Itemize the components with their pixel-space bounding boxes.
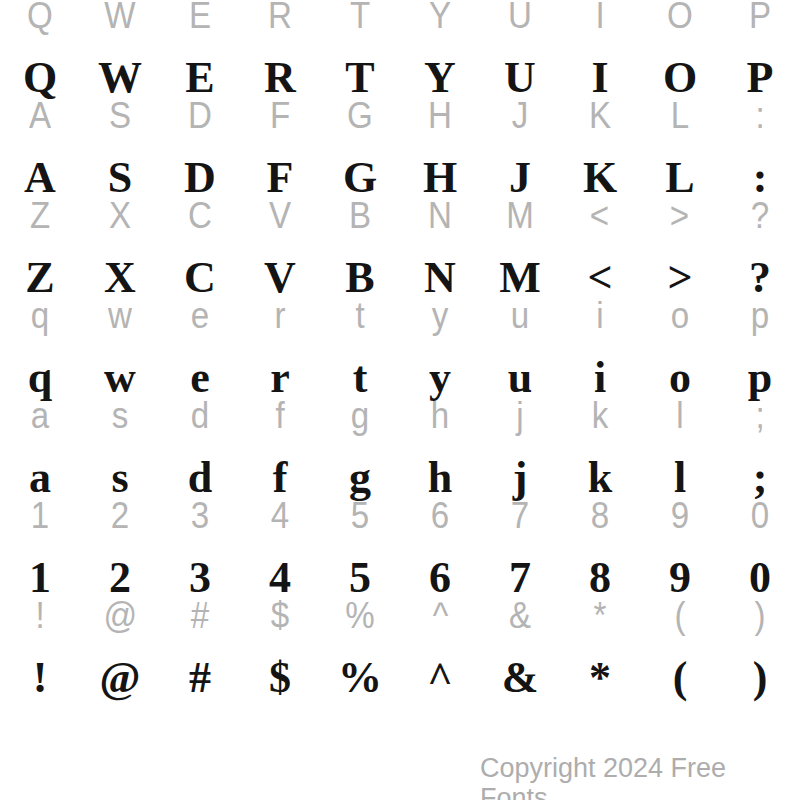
char-glyph: r [270, 356, 290, 400]
char-cell-r9-c8: k [560, 400, 640, 444]
char-glyph: o [671, 298, 689, 334]
char-glyph: 7 [511, 498, 529, 534]
char-cell-r7-c5: t [320, 300, 400, 344]
char-cell-r6-c8: < [560, 244, 640, 300]
char-cell-r13-c10: ) [720, 600, 800, 644]
char-glyph: M [499, 256, 541, 300]
char-glyph: u [508, 356, 532, 400]
char-cell-r3-c6: H [400, 100, 480, 144]
char-glyph: W [98, 56, 142, 100]
char-glyph: Y [429, 0, 451, 34]
char-glyph: 6 [429, 556, 451, 600]
char-cell-r14-c7: & [480, 644, 560, 700]
char-glyph: K [589, 98, 611, 134]
char-cell-r12-c9: 9 [640, 544, 720, 600]
char-cell-r1-c5: T [320, 0, 400, 44]
char-glyph: @ [103, 598, 137, 634]
char-glyph: $ [269, 656, 291, 700]
char-cell-r5-c4: V [240, 200, 320, 244]
char-glyph: u [511, 298, 529, 334]
char-cell-r9-c4: f [240, 400, 320, 444]
char-cell-r8-c2: w [80, 344, 160, 400]
char-cell-r4-c4: F [240, 144, 320, 200]
char-cell-r14-c6: ^ [400, 644, 480, 700]
char-glyph: r [274, 298, 285, 334]
char-glyph: y [429, 356, 451, 400]
char-cell-r14-c9: ( [640, 644, 720, 700]
char-cell-r8-c7: u [480, 344, 560, 400]
char-glyph: < [590, 198, 609, 234]
char-cell-r2-c10: P [720, 44, 800, 100]
char-cell-r1-c3: E [160, 0, 240, 44]
char-glyph: J [509, 156, 531, 200]
char-cell-r3-c8: K [560, 100, 640, 144]
char-cell-r8-c1: q [0, 344, 80, 400]
char-glyph: H [423, 156, 457, 200]
char-glyph: ( [674, 598, 685, 634]
char-glyph: C [188, 198, 212, 234]
char-cell-r5-c5: B [320, 200, 400, 244]
char-cell-r14-c2: @ [80, 644, 160, 700]
char-cell-r8-c8: i [560, 344, 640, 400]
char-glyph: k [588, 456, 612, 500]
char-glyph: A [29, 98, 51, 134]
char-glyph: ^ [427, 656, 453, 700]
char-cell-r9-c3: d [160, 400, 240, 444]
char-cell-r9-c5: g [320, 400, 400, 444]
char-cell-r11-c2: 2 [80, 500, 160, 544]
char-glyph: K [583, 156, 617, 200]
char-glyph: q [28, 356, 52, 400]
char-glyph: @ [100, 656, 141, 700]
char-cell-r10-c10: ; [720, 444, 800, 500]
char-glyph: N [424, 256, 456, 300]
char-cell-r2-c6: Y [400, 44, 480, 100]
char-glyph: 2 [109, 556, 131, 600]
char-glyph: a [29, 456, 51, 500]
char-glyph: j [516, 398, 523, 434]
char-cell-r4-c8: K [560, 144, 640, 200]
char-cell-r6-c5: B [320, 244, 400, 300]
char-cell-r4-c6: H [400, 144, 480, 200]
char-cell-r7-c2: w [80, 300, 160, 344]
char-cell-r8-c5: t [320, 344, 400, 400]
char-cell-r13-c4: $ [240, 600, 320, 644]
char-cell-r1-c7: U [480, 0, 560, 44]
char-glyph: p [748, 356, 772, 400]
char-cell-r4-c7: J [480, 144, 560, 200]
char-cell-r14-c3: # [160, 644, 240, 700]
char-glyph: d [191, 398, 209, 434]
char-cell-r10-c2: s [80, 444, 160, 500]
char-cell-r9-c2: s [80, 400, 160, 444]
char-glyph: f [275, 398, 284, 434]
char-cell-r12-c10: 0 [720, 544, 800, 600]
char-cell-r2-c2: W [80, 44, 160, 100]
char-glyph: A [24, 156, 56, 200]
char-glyph: > [670, 198, 689, 234]
char-cell-r2-c4: R [240, 44, 320, 100]
char-glyph: % [338, 656, 382, 700]
char-glyph: p [751, 298, 769, 334]
char-cell-r12-c2: 2 [80, 544, 160, 600]
char-cell-r12-c7: 7 [480, 544, 560, 600]
char-cell-r1-c8: I [560, 0, 640, 44]
char-glyph: 5 [351, 498, 369, 534]
char-cell-r8-c3: e [160, 344, 240, 400]
char-cell-r2-c8: I [560, 44, 640, 100]
char-glyph: & [509, 598, 531, 634]
char-glyph: * [594, 598, 607, 634]
char-cell-r6-c3: C [160, 244, 240, 300]
char-glyph: T [350, 0, 370, 34]
char-cell-r11-c3: 3 [160, 500, 240, 544]
char-glyph: D [188, 98, 212, 134]
char-glyph: L [665, 156, 694, 200]
char-cell-r3-c9: L [640, 100, 720, 144]
char-glyph: # [191, 598, 209, 634]
char-glyph: 4 [269, 556, 291, 600]
char-cell-r10-c7: j [480, 444, 560, 500]
char-glyph: 8 [591, 498, 609, 534]
char-cell-r3-c1: A [0, 100, 80, 144]
char-glyph: < [587, 256, 612, 300]
char-cell-r1-c10: P [720, 0, 800, 44]
char-glyph: Z [30, 198, 50, 234]
char-cell-r5-c1: Z [0, 200, 80, 244]
char-glyph: X [109, 198, 131, 234]
char-cell-r6-c4: V [240, 244, 320, 300]
char-cell-r13-c2: @ [80, 600, 160, 644]
char-glyph: W [104, 0, 135, 34]
char-cell-r10-c6: h [400, 444, 480, 500]
char-glyph: N [428, 198, 452, 234]
char-cell-r10-c5: g [320, 444, 400, 500]
char-glyph: q [31, 298, 49, 334]
char-cell-r9-c7: j [480, 400, 560, 444]
char-cell-r2-c9: O [640, 44, 720, 100]
char-cell-r11-c9: 9 [640, 500, 720, 544]
char-cell-r4-c1: A [0, 144, 80, 200]
char-glyph: ) [754, 598, 765, 634]
char-cell-r2-c5: T [320, 44, 400, 100]
char-glyph: P [749, 0, 771, 34]
char-glyph: : [755, 98, 764, 134]
char-glyph: h [431, 398, 449, 434]
char-cell-r5-c8: < [560, 200, 640, 244]
char-cell-r5-c3: C [160, 200, 240, 244]
char-glyph: ? [749, 256, 771, 300]
char-glyph: G [343, 156, 377, 200]
char-cell-r11-c1: 1 [0, 500, 80, 544]
char-cell-r10-c8: k [560, 444, 640, 500]
char-cell-r7-c3: e [160, 300, 240, 344]
char-cell-r14-c1: ! [0, 644, 80, 700]
char-glyph: ? [751, 198, 769, 234]
char-cell-r2-c1: Q [0, 44, 80, 100]
char-glyph: 0 [751, 498, 769, 534]
char-cell-r3-c10: : [720, 100, 800, 144]
char-cell-r2-c7: U [480, 44, 560, 100]
char-glyph: w [104, 356, 136, 400]
char-cell-r9-c10: ; [720, 400, 800, 444]
char-cell-r10-c4: f [240, 444, 320, 500]
char-glyph: f [273, 456, 288, 500]
char-glyph: C [184, 256, 216, 300]
char-glyph: 9 [669, 556, 691, 600]
char-cell-r9-c1: a [0, 400, 80, 444]
char-glyph: D [184, 156, 216, 200]
char-cell-r1-c2: W [80, 0, 160, 44]
char-cell-r3-c5: G [320, 100, 400, 144]
char-glyph: d [188, 456, 212, 500]
char-glyph: ; [753, 456, 768, 500]
char-glyph: i [594, 356, 606, 400]
char-cell-r13-c7: & [480, 600, 560, 644]
char-glyph: 5 [349, 556, 371, 600]
char-cell-r12-c6: 6 [400, 544, 480, 600]
char-glyph: 1 [31, 498, 49, 534]
char-cell-r4-c2: S [80, 144, 160, 200]
char-glyph: R [264, 56, 296, 100]
char-cell-r6-c10: ? [720, 244, 800, 300]
char-glyph: S [108, 156, 132, 200]
char-glyph: % [345, 598, 374, 634]
char-cell-r10-c3: d [160, 444, 240, 500]
char-cell-r13-c1: ! [0, 600, 80, 644]
char-cell-r8-c10: p [720, 344, 800, 400]
char-glyph: 0 [749, 556, 771, 600]
char-glyph: & [502, 656, 539, 700]
char-cell-r5-c6: N [400, 200, 480, 244]
char-glyph: # [189, 656, 211, 700]
char-glyph: V [264, 256, 296, 300]
char-cell-r7-c6: y [400, 300, 480, 344]
char-cell-r6-c6: N [400, 244, 480, 300]
char-glyph: E [185, 56, 214, 100]
char-cell-r13-c5: % [320, 600, 400, 644]
char-glyph: s [111, 456, 128, 500]
char-glyph: g [349, 456, 371, 500]
char-glyph: L [671, 98, 689, 134]
char-glyph: g [351, 398, 369, 434]
char-glyph: 9 [671, 498, 689, 534]
char-cell-r1-c9: O [640, 0, 720, 44]
char-glyph: e [191, 298, 209, 334]
char-cell-r5-c2: X [80, 200, 160, 244]
char-cell-r7-c8: i [560, 300, 640, 344]
char-glyph: B [349, 198, 371, 234]
char-glyph: I [595, 0, 604, 34]
char-glyph: 2 [111, 498, 129, 534]
char-glyph: B [345, 256, 374, 300]
char-cell-r9-c6: h [400, 400, 480, 444]
char-glyph: O [663, 56, 697, 100]
char-glyph: 1 [29, 556, 51, 600]
char-glyph: V [269, 198, 291, 234]
char-glyph: Q [23, 56, 57, 100]
char-glyph: F [270, 98, 290, 134]
char-cell-r7-c7: u [480, 300, 560, 344]
char-cell-r4-c9: L [640, 144, 720, 200]
char-glyph: ; [755, 398, 764, 434]
char-glyph: Y [424, 56, 456, 100]
char-cell-r1-c1: Q [0, 0, 80, 44]
char-glyph: l [676, 398, 683, 434]
char-glyph: 3 [191, 498, 209, 534]
char-cell-r11-c7: 7 [480, 500, 560, 544]
char-glyph: F [267, 156, 294, 200]
char-cell-r3-c7: J [480, 100, 560, 144]
char-glyph: T [345, 56, 374, 100]
char-cell-r10-c1: a [0, 444, 80, 500]
char-glyph: H [428, 98, 452, 134]
char-cell-r3-c4: F [240, 100, 320, 144]
char-glyph: s [112, 398, 129, 434]
char-cell-r11-c5: 5 [320, 500, 400, 544]
char-glyph: X [104, 256, 136, 300]
char-cell-r3-c2: S [80, 100, 160, 144]
char-glyph: l [674, 456, 686, 500]
char-cell-r12-c8: 8 [560, 544, 640, 600]
char-cell-r8-c6: y [400, 344, 480, 400]
char-cell-r4-c3: D [160, 144, 240, 200]
char-glyph: t [355, 298, 364, 334]
character-grid: QWERTYUIOPQWERTYUIOPASDFGHJKL:ASDFGHJKL:… [0, 0, 800, 700]
char-glyph: ( [673, 656, 688, 700]
char-cell-r7-c1: q [0, 300, 80, 344]
char-cell-r6-c9: > [640, 244, 720, 300]
char-glyph: ^ [432, 598, 448, 634]
char-cell-r12-c1: 1 [0, 544, 80, 600]
char-cell-r14-c5: % [320, 644, 400, 700]
char-glyph: R [268, 0, 292, 34]
char-cell-r10-c9: l [640, 444, 720, 500]
char-glyph: U [504, 56, 536, 100]
char-cell-r2-c3: E [160, 44, 240, 100]
char-cell-r3-c3: D [160, 100, 240, 144]
char-glyph: $ [271, 598, 289, 634]
char-cell-r9-c9: l [640, 400, 720, 444]
char-glyph: ! [35, 598, 44, 634]
copyright-text: Copyright 2024 Free Fonts [480, 754, 800, 800]
char-cell-r1-c4: R [240, 0, 320, 44]
char-glyph: : [753, 156, 768, 200]
char-cell-r11-c6: 6 [400, 500, 480, 544]
char-glyph: P [747, 56, 774, 100]
char-cell-r12-c5: 5 [320, 544, 400, 600]
char-glyph: ) [753, 656, 768, 700]
char-cell-r13-c8: * [560, 600, 640, 644]
char-glyph: e [190, 356, 210, 400]
char-glyph: ! [33, 656, 48, 700]
char-cell-r1-c6: Y [400, 0, 480, 44]
char-cell-r6-c1: Z [0, 244, 80, 300]
char-cell-r7-c10: p [720, 300, 800, 344]
char-cell-r7-c4: r [240, 300, 320, 344]
char-glyph: 8 [589, 556, 611, 600]
char-glyph: 7 [509, 556, 531, 600]
char-cell-r8-c9: o [640, 344, 720, 400]
char-cell-r6-c2: X [80, 244, 160, 300]
char-cell-r12-c3: 3 [160, 544, 240, 600]
char-cell-r14-c10: ) [720, 644, 800, 700]
char-cell-r13-c3: # [160, 600, 240, 644]
char-glyph: > [667, 256, 692, 300]
char-glyph: h [428, 456, 452, 500]
char-glyph: w [108, 298, 132, 334]
char-glyph: 6 [431, 498, 449, 534]
char-glyph: a [31, 398, 49, 434]
char-cell-r14-c4: $ [240, 644, 320, 700]
char-glyph: * [589, 656, 611, 700]
char-glyph: U [508, 0, 532, 34]
char-glyph: Q [27, 0, 53, 34]
char-cell-r12-c4: 4 [240, 544, 320, 600]
char-cell-r7-c9: o [640, 300, 720, 344]
char-cell-r4-c10: : [720, 144, 800, 200]
char-cell-r5-c10: ? [720, 200, 800, 244]
char-glyph: O [667, 0, 693, 34]
char-glyph: 4 [271, 498, 289, 534]
char-cell-r11-c8: 8 [560, 500, 640, 544]
char-glyph: S [109, 98, 131, 134]
char-cell-r14-c8: * [560, 644, 640, 700]
char-cell-r8-c4: r [240, 344, 320, 400]
char-cell-r11-c4: 4 [240, 500, 320, 544]
char-cell-r5-c7: M [480, 200, 560, 244]
char-glyph: j [513, 456, 528, 500]
char-cell-r5-c9: > [640, 200, 720, 244]
char-glyph: k [592, 398, 609, 434]
char-glyph: o [669, 356, 691, 400]
char-glyph: E [189, 0, 211, 34]
char-glyph: J [512, 98, 529, 134]
char-glyph: G [347, 98, 373, 134]
char-glyph: i [596, 298, 603, 334]
char-cell-r4-c5: G [320, 144, 400, 200]
char-cell-r13-c6: ^ [400, 600, 480, 644]
char-cell-r13-c9: ( [640, 600, 720, 644]
char-glyph: M [506, 198, 534, 234]
char-cell-r6-c7: M [480, 244, 560, 300]
char-cell-r11-c10: 0 [720, 500, 800, 544]
char-glyph: I [591, 56, 608, 100]
char-glyph: y [432, 298, 449, 334]
char-glyph: t [353, 356, 368, 400]
char-glyph: Z [25, 256, 54, 300]
char-glyph: 3 [189, 556, 211, 600]
